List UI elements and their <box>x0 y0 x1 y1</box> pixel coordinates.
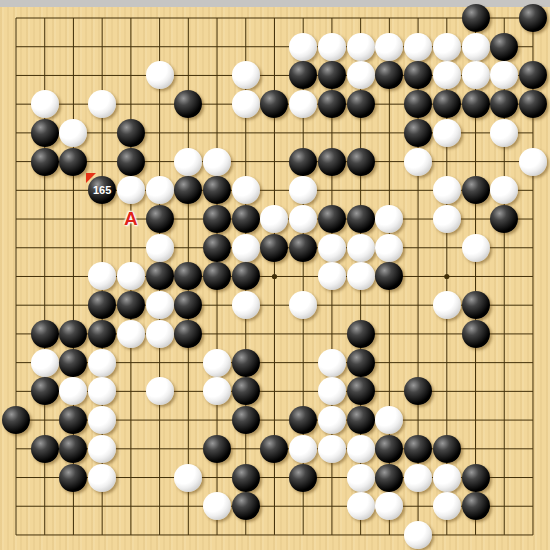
stone-black[interactable] <box>31 435 59 463</box>
stone-white[interactable] <box>203 148 231 176</box>
stone-white[interactable] <box>462 33 490 61</box>
stone-white[interactable] <box>318 234 346 262</box>
stone-black[interactable] <box>490 33 518 61</box>
stone-white[interactable] <box>404 464 432 492</box>
stone-black[interactable] <box>347 148 375 176</box>
stone-black[interactable] <box>232 464 260 492</box>
stone-black[interactable] <box>31 148 59 176</box>
stone-white[interactable] <box>232 291 260 319</box>
stone-black[interactable] <box>375 464 403 492</box>
stone-black[interactable] <box>347 349 375 377</box>
stone-black[interactable] <box>289 234 317 262</box>
stone-white[interactable] <box>404 148 432 176</box>
stone-black[interactable] <box>347 90 375 118</box>
stone-white[interactable] <box>375 234 403 262</box>
stone-white[interactable] <box>462 61 490 89</box>
stone-black[interactable] <box>347 320 375 348</box>
stone-white[interactable] <box>117 320 145 348</box>
stone-black[interactable] <box>232 492 260 520</box>
stone-black[interactable] <box>462 90 490 118</box>
stone-white[interactable] <box>347 262 375 290</box>
stone-white[interactable] <box>404 33 432 61</box>
stone-black[interactable]: 165 <box>88 176 116 204</box>
stone-white[interactable] <box>433 119 461 147</box>
stone-black[interactable] <box>462 492 490 520</box>
stone-black[interactable] <box>31 320 59 348</box>
stone-white[interactable] <box>174 464 202 492</box>
stone-white[interactable] <box>375 33 403 61</box>
stone-black[interactable] <box>318 148 346 176</box>
stone-white[interactable] <box>146 61 174 89</box>
stone-black[interactable] <box>117 148 145 176</box>
stone-black[interactable] <box>404 119 432 147</box>
stone-white[interactable] <box>31 90 59 118</box>
stone-black[interactable] <box>404 435 432 463</box>
stone-black[interactable] <box>2 406 30 434</box>
stone-white[interactable] <box>318 349 346 377</box>
stone-white[interactable] <box>318 33 346 61</box>
stone-black[interactable] <box>59 349 87 377</box>
stone-white[interactable] <box>433 205 461 233</box>
stone-black[interactable] <box>232 205 260 233</box>
stone-white[interactable] <box>433 33 461 61</box>
stone-black[interactable] <box>31 119 59 147</box>
stone-white[interactable] <box>88 349 116 377</box>
stone-black[interactable] <box>117 291 145 319</box>
label-A-marker: A <box>117 205 145 233</box>
stone-white[interactable] <box>347 61 375 89</box>
stone-white[interactable] <box>88 464 116 492</box>
stone-white[interactable] <box>404 521 432 549</box>
stone-black[interactable] <box>289 464 317 492</box>
stone-black[interactable] <box>117 119 145 147</box>
stone-black[interactable] <box>203 435 231 463</box>
stone-white[interactable] <box>146 234 174 262</box>
stone-white[interactable] <box>433 176 461 204</box>
stone-black[interactable] <box>347 406 375 434</box>
stone-white[interactable] <box>318 435 346 463</box>
stone-white[interactable] <box>146 291 174 319</box>
stone-white[interactable] <box>289 435 317 463</box>
stone-white[interactable] <box>347 33 375 61</box>
stone-black[interactable] <box>146 205 174 233</box>
stone-black[interactable] <box>232 406 260 434</box>
stone-black[interactable] <box>347 377 375 405</box>
stone-white[interactable] <box>31 349 59 377</box>
stone-black[interactable] <box>433 435 461 463</box>
stone-white[interactable] <box>289 33 317 61</box>
stone-black[interactable] <box>347 205 375 233</box>
stone-black[interactable] <box>462 4 490 32</box>
stone-white[interactable] <box>347 234 375 262</box>
stone-white[interactable] <box>117 176 145 204</box>
stone-black[interactable] <box>59 148 87 176</box>
stone-white[interactable] <box>347 492 375 520</box>
stone-white[interactable] <box>347 435 375 463</box>
stone-white[interactable] <box>462 234 490 262</box>
stone-black[interactable] <box>519 90 547 118</box>
go-board-screenshot: 165 A <box>0 0 550 550</box>
stone-white[interactable] <box>232 176 260 204</box>
stone-white[interactable] <box>232 90 260 118</box>
stone-white[interactable] <box>318 406 346 434</box>
stone-black[interactable] <box>203 234 231 262</box>
stone-white[interactable] <box>146 176 174 204</box>
stone-black[interactable] <box>318 90 346 118</box>
stone-black[interactable] <box>88 320 116 348</box>
stone-white[interactable] <box>203 349 231 377</box>
last-move-number-label: 165 <box>88 176 116 204</box>
stone-white[interactable] <box>232 61 260 89</box>
stone-white[interactable] <box>88 435 116 463</box>
stone-black[interactable] <box>318 205 346 233</box>
stone-white[interactable] <box>174 148 202 176</box>
stone-black[interactable] <box>232 377 260 405</box>
stone-white[interactable] <box>490 119 518 147</box>
stone-white[interactable] <box>433 291 461 319</box>
stone-black[interactable] <box>31 377 59 405</box>
stone-black[interactable] <box>59 464 87 492</box>
stone-black[interactable] <box>232 349 260 377</box>
stone-white[interactable] <box>433 492 461 520</box>
stone-black[interactable] <box>519 4 547 32</box>
stone-black[interactable] <box>289 148 317 176</box>
stone-white[interactable] <box>433 464 461 492</box>
stone-white[interactable] <box>146 377 174 405</box>
stone-white[interactable] <box>519 148 547 176</box>
stone-white[interactable] <box>347 464 375 492</box>
stone-black[interactable] <box>433 90 461 118</box>
stone-black[interactable] <box>203 205 231 233</box>
stone-black[interactable] <box>462 320 490 348</box>
stone-black[interactable] <box>462 291 490 319</box>
stone-black[interactable] <box>375 435 403 463</box>
stone-black[interactable] <box>462 464 490 492</box>
stone-black[interactable] <box>146 262 174 290</box>
stone-black[interactable] <box>462 176 490 204</box>
stone-white[interactable] <box>146 320 174 348</box>
stone-white[interactable] <box>232 234 260 262</box>
